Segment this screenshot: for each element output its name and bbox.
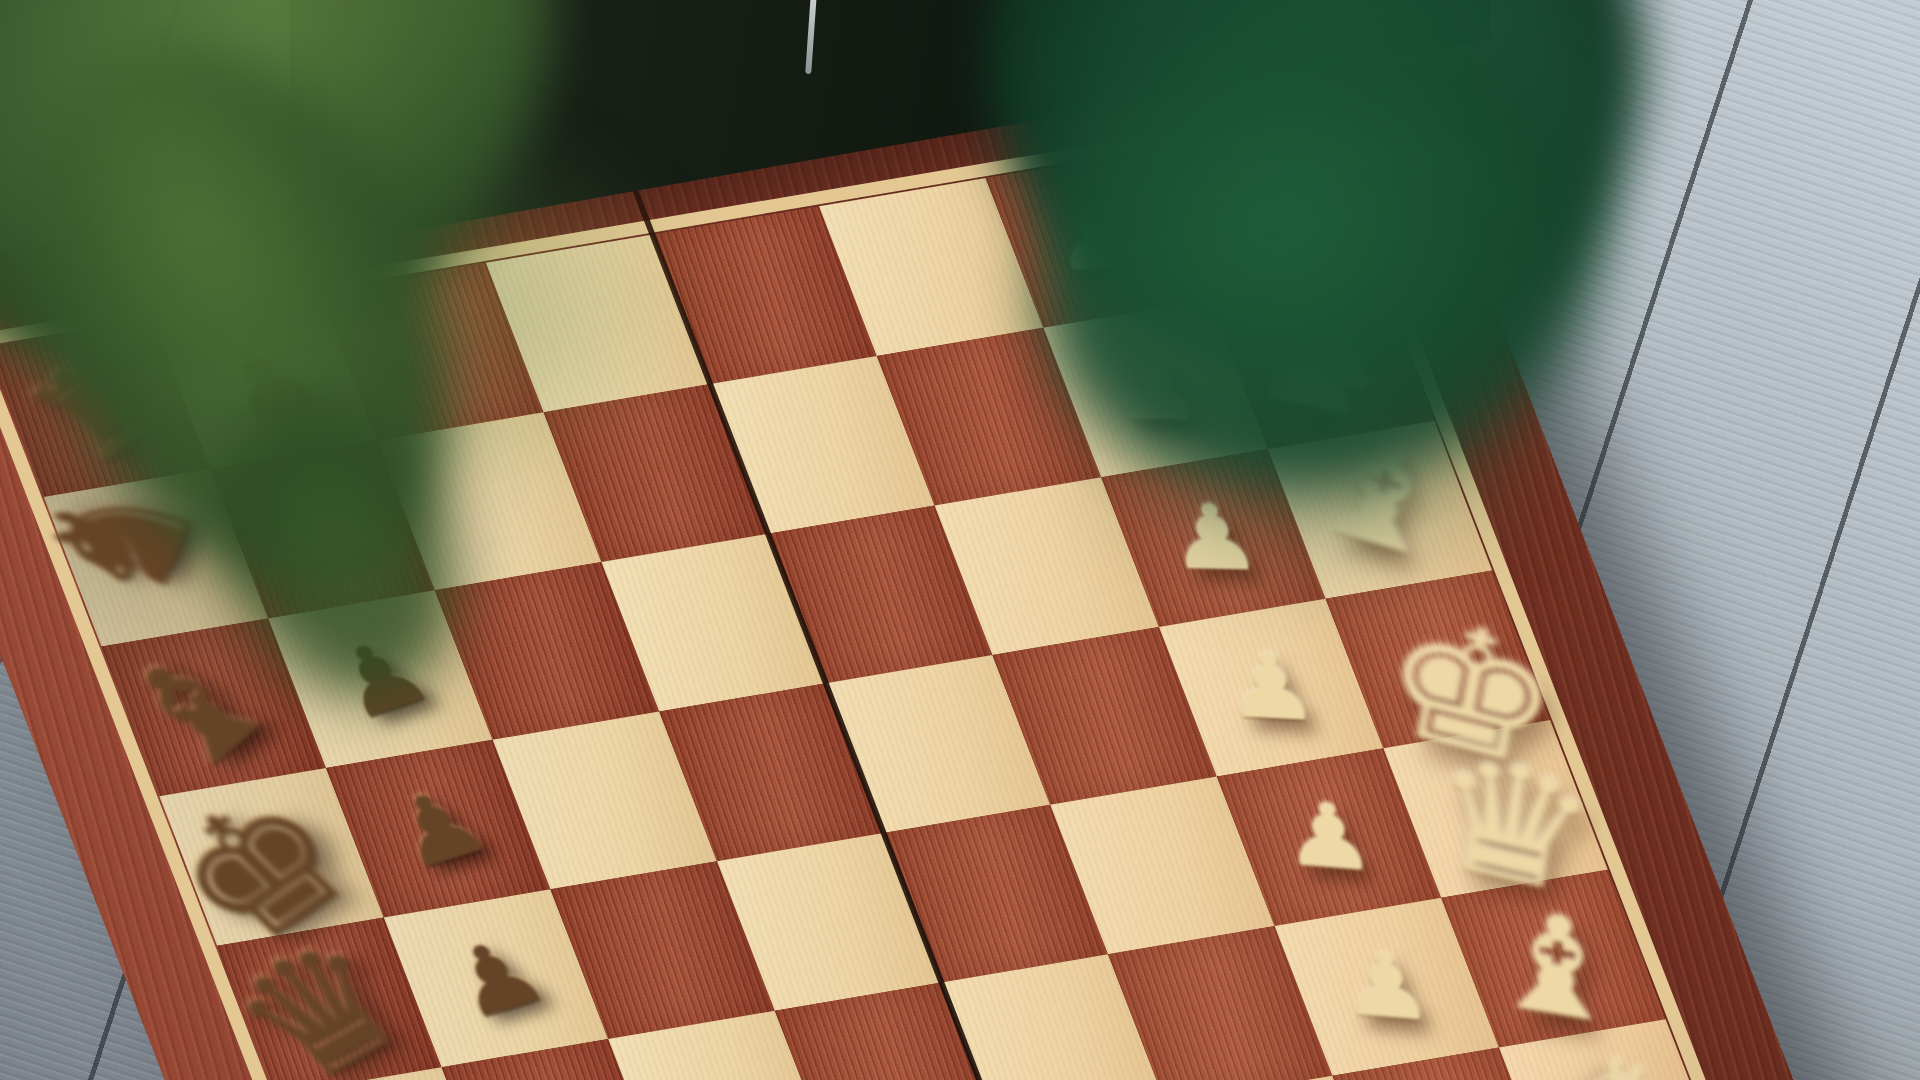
piece-white-pawn-e2[interactable]: ♟ [1175,607,1366,768]
chess-photo-scene: ♜♞♝♛♚♝♞♜♟♟♟♟♟♟♟♟♟♟♟♟♟♟♟♟♜♞♝♛♚♝♞♜ [0,0,1920,1080]
